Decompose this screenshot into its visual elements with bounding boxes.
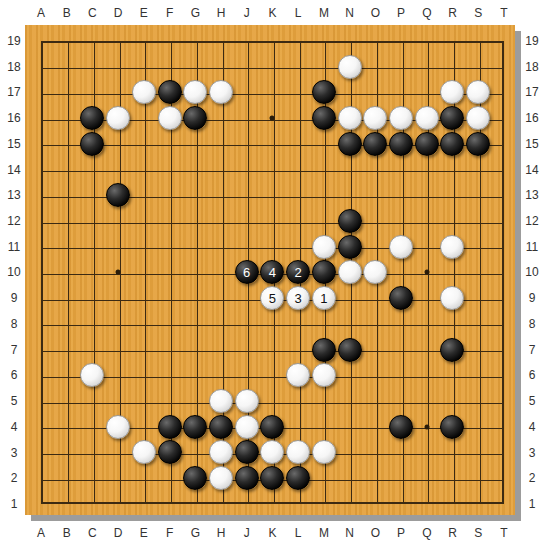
col-label-bottom-J: J	[244, 526, 250, 540]
row-label-left-5: 5	[11, 394, 18, 408]
row-label-left-3: 3	[11, 446, 18, 460]
stone-black-L10-move-2: 2	[286, 260, 310, 284]
stone-white-H3	[209, 440, 233, 464]
stone-white-D16	[106, 106, 130, 130]
stone-white-C6	[80, 363, 104, 387]
stone-white-M9-move-1: 1	[312, 286, 336, 310]
stone-black-R15	[440, 132, 464, 156]
move-number-label: 6	[243, 266, 250, 279]
stone-black-M16	[312, 106, 336, 130]
stone-black-H4	[209, 415, 233, 439]
col-label-top-S: S	[474, 6, 482, 20]
stone-black-J2	[235, 466, 259, 490]
stone-black-L2	[286, 466, 310, 490]
stone-white-R9	[440, 286, 464, 310]
col-label-bottom-O: O	[371, 526, 380, 540]
row-label-left-10: 10	[7, 265, 20, 279]
move-number-label: 3	[295, 292, 302, 305]
stone-white-O16	[363, 106, 387, 130]
col-label-top-L: L	[295, 6, 302, 20]
stone-black-K10-move-4: 4	[260, 260, 284, 284]
stone-white-K9-move-5: 5	[260, 286, 284, 310]
stone-white-E17	[132, 80, 156, 104]
row-label-left-12: 12	[7, 214, 20, 228]
row-label-left-6: 6	[11, 368, 18, 382]
go-board[interactable]: 642531	[25, 25, 515, 515]
row-label-left-15: 15	[7, 137, 20, 151]
col-label-bottom-T: T	[500, 526, 507, 540]
row-label-left-2: 2	[11, 471, 18, 485]
row-label-left-9: 9	[11, 291, 18, 305]
row-label-right-3: 3	[529, 446, 536, 460]
col-label-bottom-P: P	[397, 526, 405, 540]
row-label-right-5: 5	[529, 394, 536, 408]
col-label-bottom-C: C	[88, 526, 97, 540]
stone-white-N16	[338, 106, 362, 130]
col-label-bottom-M: M	[319, 526, 329, 540]
col-label-bottom-K: K	[268, 526, 276, 540]
row-label-left-19: 19	[7, 34, 20, 48]
stone-white-F16	[158, 106, 182, 130]
stone-white-R11	[440, 235, 464, 259]
col-label-top-K: K	[268, 6, 276, 20]
col-label-bottom-D: D	[114, 526, 123, 540]
col-label-top-Q: Q	[422, 6, 431, 20]
row-label-right-17: 17	[525, 85, 538, 99]
stone-black-J10-move-6: 6	[235, 260, 259, 284]
stone-black-N11	[338, 235, 362, 259]
col-label-bottom-H: H	[217, 526, 226, 540]
stone-black-F3	[158, 440, 182, 464]
stone-white-M3	[312, 440, 336, 464]
stone-white-N18	[338, 55, 362, 79]
row-label-right-10: 10	[525, 265, 538, 279]
stone-white-J5	[235, 389, 259, 413]
stone-black-M7	[312, 338, 336, 362]
stone-white-N10	[338, 260, 362, 284]
stone-black-F4	[158, 415, 182, 439]
stone-black-G2	[183, 466, 207, 490]
stone-black-M17	[312, 80, 336, 104]
col-label-bottom-E: E	[140, 526, 148, 540]
col-label-bottom-S: S	[474, 526, 482, 540]
row-label-right-9: 9	[529, 291, 536, 305]
stone-black-G4	[183, 415, 207, 439]
stone-black-R16	[440, 106, 464, 130]
stone-white-E3	[132, 440, 156, 464]
stone-white-K3	[260, 440, 284, 464]
stone-white-M11	[312, 235, 336, 259]
row-label-left-11: 11	[8, 240, 20, 254]
col-label-top-A: A	[37, 6, 45, 20]
stone-black-P15	[389, 132, 413, 156]
move-number-label: 5	[269, 292, 276, 305]
row-label-right-4: 4	[529, 420, 536, 434]
col-label-top-N: N	[345, 6, 354, 20]
stone-white-M6	[312, 363, 336, 387]
row-label-right-18: 18	[525, 60, 538, 74]
col-label-bottom-N: N	[345, 526, 354, 540]
go-diagram: 642531 AABBCCDDEEFFGGHHJJKKLLMMNNOOPPQQR…	[0, 0, 550, 550]
col-label-bottom-F: F	[166, 526, 173, 540]
stone-black-F17	[158, 80, 182, 104]
stone-black-P9	[389, 286, 413, 310]
col-label-bottom-G: G	[191, 526, 200, 540]
move-number-label: 1	[320, 292, 327, 305]
row-label-left-1: 1	[11, 497, 18, 511]
col-label-top-P: P	[397, 6, 405, 20]
stone-white-G17	[183, 80, 207, 104]
stone-white-O10	[363, 260, 387, 284]
board-grid[interactable]: 642531	[28, 28, 517, 517]
row-label-right-8: 8	[529, 317, 536, 331]
move-number-label: 4	[269, 266, 276, 279]
stone-black-N12	[338, 209, 362, 233]
row-label-right-2: 2	[529, 471, 536, 485]
stone-black-C15	[80, 132, 104, 156]
row-label-left-7: 7	[11, 343, 18, 357]
stone-black-N7	[338, 338, 362, 362]
stone-white-R17	[440, 80, 464, 104]
col-label-bottom-A: A	[37, 526, 45, 540]
row-label-left-14: 14	[7, 163, 20, 177]
col-label-top-B: B	[63, 6, 71, 20]
col-label-top-G: G	[191, 6, 200, 20]
stone-black-G16	[183, 106, 207, 130]
col-label-top-R: R	[448, 6, 457, 20]
stone-black-R7	[440, 338, 464, 362]
stone-black-P4	[389, 415, 413, 439]
col-label-bottom-Q: Q	[422, 526, 431, 540]
row-label-left-13: 13	[7, 188, 20, 202]
col-label-bottom-B: B	[63, 526, 71, 540]
stone-black-Q15	[415, 132, 439, 156]
col-label-top-E: E	[140, 6, 148, 20]
row-label-right-19: 19	[525, 34, 538, 48]
row-label-left-8: 8	[11, 317, 18, 331]
stone-black-R4	[440, 415, 464, 439]
stone-black-D13	[106, 183, 130, 207]
col-label-top-J: J	[244, 6, 250, 20]
stone-white-H17	[209, 80, 233, 104]
row-label-right-7: 7	[529, 343, 536, 357]
row-label-right-6: 6	[529, 368, 536, 382]
row-label-right-1: 1	[529, 497, 536, 511]
row-label-left-16: 16	[7, 111, 20, 125]
row-label-left-17: 17	[7, 85, 20, 99]
stone-white-P16	[389, 106, 413, 130]
stone-white-L6	[286, 363, 310, 387]
stone-black-S15	[466, 132, 490, 156]
stone-white-D4	[106, 415, 130, 439]
stone-black-M10	[312, 260, 336, 284]
col-label-top-C: C	[88, 6, 97, 20]
stone-white-H5	[209, 389, 233, 413]
stone-black-J3	[235, 440, 259, 464]
row-label-left-4: 4	[11, 420, 18, 434]
row-label-right-15: 15	[525, 137, 538, 151]
col-label-top-O: O	[371, 6, 380, 20]
stone-white-S16	[466, 106, 490, 130]
stone-white-P11	[389, 235, 413, 259]
stone-white-H2	[209, 466, 233, 490]
col-label-bottom-R: R	[448, 526, 457, 540]
stone-black-N15	[338, 132, 362, 156]
stone-white-L9-move-3: 3	[286, 286, 310, 310]
stone-white-S17	[466, 80, 490, 104]
stone-white-J4	[235, 415, 259, 439]
row-label-right-13: 13	[525, 188, 538, 202]
row-label-right-14: 14	[525, 163, 538, 177]
stone-white-Q16	[415, 106, 439, 130]
stone-black-K4	[260, 415, 284, 439]
move-number-label: 2	[295, 266, 302, 279]
col-label-bottom-L: L	[295, 526, 302, 540]
row-label-right-11: 11	[526, 240, 538, 254]
stone-white-L3	[286, 440, 310, 464]
col-label-top-F: F	[166, 6, 173, 20]
row-label-left-18: 18	[7, 60, 20, 74]
row-label-right-12: 12	[525, 214, 538, 228]
stone-black-K2	[260, 466, 284, 490]
col-label-top-D: D	[114, 6, 123, 20]
col-label-top-M: M	[319, 6, 329, 20]
row-label-right-16: 16	[525, 111, 538, 125]
col-label-top-H: H	[217, 6, 226, 20]
col-label-top-T: T	[500, 6, 507, 20]
stone-black-O15	[363, 132, 387, 156]
stone-black-C16	[80, 106, 104, 130]
